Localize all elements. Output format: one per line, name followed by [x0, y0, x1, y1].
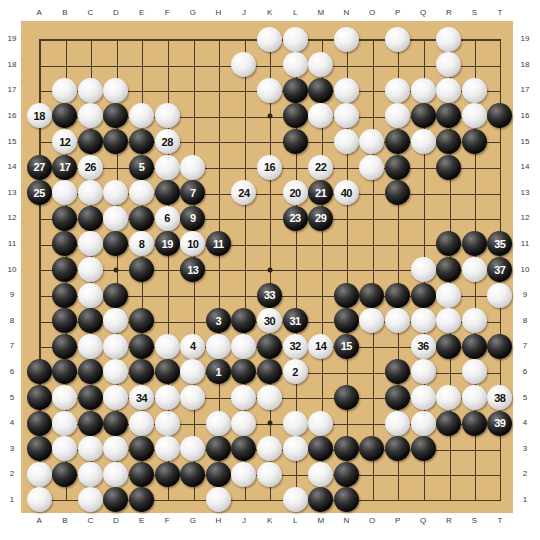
stone-black-E6 — [129, 359, 154, 384]
stone-white-T9 — [487, 283, 512, 308]
move-9-stone-black-G12: 9 — [180, 206, 205, 231]
stone-black-P5 — [385, 385, 410, 410]
stone-white-H1 — [206, 487, 231, 512]
stone-white-L1 — [283, 487, 308, 512]
stone-black-G2 — [180, 462, 205, 487]
stone-white-S5 — [462, 385, 487, 410]
stone-black-B12 — [52, 206, 77, 231]
stone-white-B4 — [52, 411, 77, 436]
stone-white-B13 — [52, 180, 77, 205]
col-label-top-C: C — [80, 7, 100, 19]
col-label-bottom-G: G — [183, 515, 203, 527]
stone-white-G6 — [180, 359, 205, 384]
row-label-right-19: 19 — [515, 33, 535, 45]
col-label-bottom-O: O — [362, 515, 382, 527]
move-21-stone-black-M13: 21 — [308, 180, 333, 205]
stone-white-S16 — [462, 103, 487, 128]
col-label-bottom-R: R — [439, 515, 459, 527]
stone-white-B3 — [52, 436, 77, 461]
stone-black-A5 — [27, 385, 52, 410]
stone-black-R11 — [436, 231, 461, 256]
row-label-left-19: 19 — [2, 33, 22, 45]
stone-white-N19 — [334, 27, 359, 52]
stone-white-A2 — [27, 462, 52, 487]
stone-black-C12 — [78, 206, 103, 231]
stone-white-C11 — [78, 231, 103, 256]
stone-white-D13 — [103, 180, 128, 205]
stone-white-O14 — [359, 155, 384, 180]
stone-black-T16 — [487, 103, 512, 128]
stone-black-F13 — [155, 180, 180, 205]
stone-black-D15 — [103, 129, 128, 154]
move-26-stone-white-C14: 26 — [78, 155, 103, 180]
row-label-left-18: 18 — [2, 59, 22, 71]
move-7-stone-black-G13: 7 — [180, 180, 205, 205]
move-36-stone-white-Q7: 36 — [411, 334, 436, 359]
row-label-right-3: 3 — [515, 443, 535, 455]
col-label-top-E: E — [132, 7, 152, 19]
stone-white-P8 — [385, 308, 410, 333]
stone-black-B10 — [52, 257, 77, 282]
stone-white-K17 — [257, 78, 282, 103]
col-label-bottom-S: S — [464, 515, 484, 527]
stone-white-M18 — [308, 52, 333, 77]
stone-white-J18 — [231, 52, 256, 77]
stone-black-N8 — [334, 308, 359, 333]
row-label-left-9: 9 — [2, 289, 22, 301]
stone-white-L19 — [283, 27, 308, 52]
stone-white-L4 — [283, 411, 308, 436]
stone-white-D12 — [103, 206, 128, 231]
col-label-top-R: R — [439, 7, 459, 19]
stone-black-B16 — [52, 103, 77, 128]
stone-white-D7 — [103, 334, 128, 359]
stone-black-B6 — [52, 359, 77, 384]
stone-white-R18 — [436, 52, 461, 77]
stone-black-P9 — [385, 283, 410, 308]
col-label-bottom-B: B — [55, 515, 75, 527]
stone-white-C1 — [78, 487, 103, 512]
stone-black-N9 — [334, 283, 359, 308]
stone-black-K6 — [257, 359, 282, 384]
stone-white-F14 — [155, 155, 180, 180]
move-14-stone-white-M7: 14 — [308, 334, 333, 359]
stone-white-C13 — [78, 180, 103, 205]
row-label-right-14: 14 — [515, 161, 535, 173]
stone-white-Q6 — [411, 359, 436, 384]
row-label-right-2: 2 — [515, 468, 535, 480]
row-label-right-16: 16 — [515, 110, 535, 122]
move-16-stone-white-K14: 16 — [257, 155, 282, 180]
move-34-stone-white-E5: 34 — [129, 385, 154, 410]
stone-black-H2 — [206, 462, 231, 487]
stone-white-R9 — [436, 283, 461, 308]
stone-black-C15 — [78, 129, 103, 154]
stone-white-N17 — [334, 78, 359, 103]
stone-white-Q17 — [411, 78, 436, 103]
row-label-left-16: 16 — [2, 110, 22, 122]
row-label-left-2: 2 — [2, 468, 22, 480]
stone-black-N1 — [334, 487, 359, 512]
stone-black-D1 — [103, 487, 128, 512]
stone-white-Q5 — [411, 385, 436, 410]
stone-black-T7 — [487, 334, 512, 359]
stone-white-S8 — [462, 308, 487, 333]
col-label-bottom-D: D — [106, 515, 126, 527]
move-17-stone-black-B14: 17 — [52, 155, 77, 180]
stone-black-S11 — [462, 231, 487, 256]
stone-black-D4 — [103, 411, 128, 436]
stone-white-M2 — [308, 462, 333, 487]
stone-black-A3 — [27, 436, 52, 461]
stone-white-D2 — [103, 462, 128, 487]
stone-white-C3 — [78, 436, 103, 461]
stone-black-C8 — [78, 308, 103, 333]
stone-black-R4 — [436, 411, 461, 436]
move-2-stone-white-L6: 2 — [283, 359, 308, 384]
stone-white-L3 — [283, 436, 308, 461]
stone-black-S7 — [462, 334, 487, 359]
stone-black-Q16 — [411, 103, 436, 128]
row-label-right-4: 4 — [515, 417, 535, 429]
stone-white-G14 — [180, 155, 205, 180]
row-label-left-5: 5 — [2, 392, 22, 404]
col-label-bottom-C: C — [80, 515, 100, 527]
stone-black-O9 — [359, 283, 384, 308]
stone-black-E8 — [129, 308, 154, 333]
stone-white-O15 — [359, 129, 384, 154]
row-label-right-5: 5 — [515, 392, 535, 404]
stone-white-A1 — [27, 487, 52, 512]
stone-black-M17 — [308, 78, 333, 103]
stone-white-C2 — [78, 462, 103, 487]
col-label-top-A: A — [29, 7, 49, 19]
stone-white-S17 — [462, 78, 487, 103]
col-label-top-M: M — [311, 7, 331, 19]
stone-black-B8 — [52, 308, 77, 333]
stone-black-E3 — [129, 436, 154, 461]
col-label-bottom-H: H — [208, 515, 228, 527]
stone-black-P14 — [385, 155, 410, 180]
stone-white-P17 — [385, 78, 410, 103]
stone-black-O3 — [359, 436, 384, 461]
move-4-stone-white-G7: 4 — [180, 334, 205, 359]
stone-black-C5 — [78, 385, 103, 410]
stone-white-B17 — [52, 78, 77, 103]
stone-black-R16 — [436, 103, 461, 128]
move-19-stone-black-F11: 19 — [155, 231, 180, 256]
move-10-stone-white-G11: 10 — [180, 231, 205, 256]
move-33-stone-black-K9: 33 — [257, 283, 282, 308]
stone-white-D5 — [103, 385, 128, 410]
stone-black-B7 — [52, 334, 77, 359]
stone-white-C7 — [78, 334, 103, 359]
stone-white-N15 — [334, 129, 359, 154]
stone-black-J8 — [231, 308, 256, 333]
row-label-right-15: 15 — [515, 136, 535, 148]
row-label-right-18: 18 — [515, 59, 535, 71]
stone-white-K2 — [257, 462, 282, 487]
stone-black-F2 — [155, 462, 180, 487]
stone-black-K7 — [257, 334, 282, 359]
stone-black-B9 — [52, 283, 77, 308]
move-12-stone-white-B15: 12 — [52, 129, 77, 154]
stone-black-E12 — [129, 206, 154, 231]
col-label-bottom-N: N — [336, 515, 356, 527]
move-1-stone-black-H6: 1 — [206, 359, 231, 384]
stone-white-J2 — [231, 462, 256, 487]
stone-white-D8 — [103, 308, 128, 333]
stone-white-K3 — [257, 436, 282, 461]
stone-white-E16 — [129, 103, 154, 128]
move-23-stone-black-L12: 23 — [283, 206, 308, 231]
row-label-right-6: 6 — [515, 366, 535, 378]
stone-black-E15 — [129, 129, 154, 154]
stone-white-M4 — [308, 411, 333, 436]
stone-white-R5 — [436, 385, 461, 410]
move-37-stone-black-T10: 37 — [487, 257, 512, 282]
move-28-stone-white-F15: 28 — [155, 129, 180, 154]
col-label-bottom-L: L — [285, 515, 305, 527]
stone-white-R8 — [436, 308, 461, 333]
stone-white-K19 — [257, 27, 282, 52]
stone-black-C6 — [78, 359, 103, 384]
stone-white-J4 — [231, 411, 256, 436]
stone-black-F6 — [155, 359, 180, 384]
col-label-top-D: D — [106, 7, 126, 19]
stone-white-M16 — [308, 103, 333, 128]
stone-white-F7 — [155, 334, 180, 359]
row-label-left-17: 17 — [2, 84, 22, 96]
stone-black-E2 — [129, 462, 154, 487]
stone-black-E10 — [129, 257, 154, 282]
stone-white-J7 — [231, 334, 256, 359]
stone-white-D3 — [103, 436, 128, 461]
move-8-stone-white-E11: 8 — [129, 231, 154, 256]
stone-black-E1 — [129, 487, 154, 512]
stone-white-C9 — [78, 283, 103, 308]
move-5-stone-black-E14: 5 — [129, 155, 154, 180]
move-38-stone-white-T5: 38 — [487, 385, 512, 410]
col-label-bottom-T: T — [490, 515, 510, 527]
stone-black-D11 — [103, 231, 128, 256]
col-label-bottom-A: A — [29, 515, 49, 527]
row-label-left-8: 8 — [2, 315, 22, 327]
stone-black-R14 — [436, 155, 461, 180]
stone-black-L17 — [283, 78, 308, 103]
stone-black-R15 — [436, 129, 461, 154]
stone-black-N5 — [334, 385, 359, 410]
go-diagram: 1812282717265162225724202140692329819101… — [0, 0, 540, 540]
stone-black-R7 — [436, 334, 461, 359]
stone-white-D17 — [103, 78, 128, 103]
stone-white-H4 — [206, 411, 231, 436]
row-label-right-9: 9 — [515, 289, 535, 301]
stone-white-F16 — [155, 103, 180, 128]
row-label-left-3: 3 — [2, 443, 22, 455]
stone-white-N16 — [334, 103, 359, 128]
move-29-stone-black-M12: 29 — [308, 206, 333, 231]
col-label-bottom-M: M — [311, 515, 331, 527]
move-20-stone-white-L13: 20 — [283, 180, 308, 205]
stone-black-S4 — [462, 411, 487, 436]
row-label-left-7: 7 — [2, 340, 22, 352]
stone-black-C4 — [78, 411, 103, 436]
move-32-stone-white-L7: 32 — [283, 334, 308, 359]
stone-white-S10 — [462, 257, 487, 282]
col-label-top-F: F — [157, 7, 177, 19]
col-label-top-P: P — [388, 7, 408, 19]
row-label-right-12: 12 — [515, 212, 535, 224]
stone-black-Q3 — [411, 436, 436, 461]
move-39-stone-black-T4: 39 — [487, 411, 512, 436]
stone-white-H7 — [206, 334, 231, 359]
row-label-left-15: 15 — [2, 136, 22, 148]
move-31-stone-black-L8: 31 — [283, 308, 308, 333]
stone-black-S15 — [462, 129, 487, 154]
stone-black-Q9 — [411, 283, 436, 308]
col-label-top-J: J — [234, 7, 254, 19]
stone-white-Q15 — [411, 129, 436, 154]
stone-white-E13 — [129, 180, 154, 205]
stone-black-L16 — [283, 103, 308, 128]
move-35-stone-black-T11: 35 — [487, 231, 512, 256]
row-label-left-14: 14 — [2, 161, 22, 173]
stone-black-D9 — [103, 283, 128, 308]
stone-black-D16 — [103, 103, 128, 128]
stone-white-C10 — [78, 257, 103, 282]
stone-white-Q8 — [411, 308, 436, 333]
move-6-stone-white-F12: 6 — [155, 206, 180, 231]
stone-black-P3 — [385, 436, 410, 461]
stone-black-B2 — [52, 462, 77, 487]
stone-white-R17 — [436, 78, 461, 103]
move-25-stone-black-A13: 25 — [27, 180, 52, 205]
stone-white-R19 — [436, 27, 461, 52]
stone-white-P4 — [385, 411, 410, 436]
col-label-top-H: H — [208, 7, 228, 19]
move-13-stone-black-G10: 13 — [180, 257, 205, 282]
move-40-stone-white-N13: 40 — [334, 180, 359, 205]
stone-white-C16 — [78, 103, 103, 128]
col-label-top-G: G — [183, 7, 203, 19]
stone-black-B11 — [52, 231, 77, 256]
col-label-top-B: B — [55, 7, 75, 19]
col-label-bottom-E: E — [132, 515, 152, 527]
row-label-right-17: 17 — [515, 84, 535, 96]
row-label-right-8: 8 — [515, 315, 535, 327]
stone-black-H3 — [206, 436, 231, 461]
col-label-top-T: T — [490, 7, 510, 19]
stone-black-R10 — [436, 257, 461, 282]
col-label-top-O: O — [362, 7, 382, 19]
col-label-bottom-P: P — [388, 515, 408, 527]
stone-white-L18 — [283, 52, 308, 77]
move-22-stone-white-M14: 22 — [308, 155, 333, 180]
stone-black-J6 — [231, 359, 256, 384]
row-label-left-1: 1 — [2, 494, 22, 506]
stone-black-P15 — [385, 129, 410, 154]
move-15-stone-black-N7: 15 — [334, 334, 359, 359]
row-label-left-6: 6 — [2, 366, 22, 378]
col-label-top-S: S — [464, 7, 484, 19]
stone-white-D6 — [103, 359, 128, 384]
stone-white-P16 — [385, 103, 410, 128]
stone-black-P6 — [385, 359, 410, 384]
move-18-stone-white-A16: 18 — [27, 103, 52, 128]
move-27-stone-black-A14: 27 — [27, 155, 52, 180]
stone-black-N3 — [334, 436, 359, 461]
stone-white-B5 — [52, 385, 77, 410]
row-label-right-10: 10 — [515, 264, 535, 276]
row-label-left-11: 11 — [2, 238, 22, 250]
stone-black-N2 — [334, 462, 359, 487]
col-label-top-Q: Q — [413, 7, 433, 19]
col-label-bottom-K: K — [260, 515, 280, 527]
row-label-right-11: 11 — [515, 238, 535, 250]
col-label-top-N: N — [336, 7, 356, 19]
stone-white-F4 — [155, 411, 180, 436]
row-label-left-4: 4 — [2, 417, 22, 429]
row-label-right-1: 1 — [515, 494, 535, 506]
move-30-stone-white-K8: 30 — [257, 308, 282, 333]
col-label-top-L: L — [285, 7, 305, 19]
move-11-stone-black-H11: 11 — [206, 231, 231, 256]
stone-white-G3 — [180, 436, 205, 461]
move-24-stone-white-J13: 24 — [231, 180, 256, 205]
row-label-right-7: 7 — [515, 340, 535, 352]
row-label-left-13: 13 — [2, 187, 22, 199]
row-label-left-10: 10 — [2, 264, 22, 276]
stone-white-P19 — [385, 27, 410, 52]
stone-white-Q4 — [411, 411, 436, 436]
stone-black-L15 — [283, 129, 308, 154]
move-3-stone-black-H8: 3 — [206, 308, 231, 333]
stone-black-A4 — [27, 411, 52, 436]
col-label-top-K: K — [260, 7, 280, 19]
stone-white-F5 — [155, 385, 180, 410]
stones-layer: 1812282717265162225724202140692329819101… — [26, 26, 512, 512]
col-label-bottom-J: J — [234, 515, 254, 527]
stone-white-G5 — [180, 385, 205, 410]
stone-white-C17 — [78, 78, 103, 103]
stone-white-O8 — [359, 308, 384, 333]
row-label-left-12: 12 — [2, 212, 22, 224]
stone-white-Q10 — [411, 257, 436, 282]
row-label-right-13: 13 — [515, 187, 535, 199]
stone-white-S6 — [462, 359, 487, 384]
stone-black-M3 — [308, 436, 333, 461]
stone-white-F3 — [155, 436, 180, 461]
stone-white-E4 — [129, 411, 154, 436]
stone-black-J3 — [231, 436, 256, 461]
stone-black-E7 — [129, 334, 154, 359]
stone-black-M1 — [308, 487, 333, 512]
stone-black-A6 — [27, 359, 52, 384]
stone-white-K5 — [257, 385, 282, 410]
stone-white-J5 — [231, 385, 256, 410]
stone-black-P13 — [385, 180, 410, 205]
col-label-bottom-F: F — [157, 515, 177, 527]
col-label-bottom-Q: Q — [413, 515, 433, 527]
